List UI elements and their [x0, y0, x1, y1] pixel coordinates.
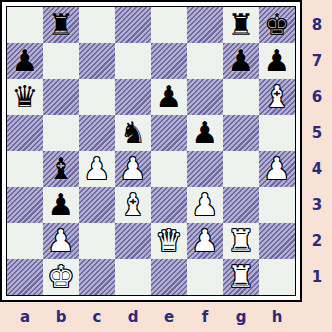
square-d5[interactable]: ♞	[115, 115, 151, 151]
white-bishop[interactable]: ♝	[264, 79, 291, 115]
square-c1[interactable]	[79, 259, 115, 295]
black-king[interactable]: ♚	[264, 7, 291, 43]
square-b3[interactable]: ♟	[43, 187, 79, 223]
rank-labels: 87654321	[302, 7, 332, 295]
square-e3[interactable]	[151, 187, 187, 223]
square-f2[interactable]: ♟	[187, 223, 223, 259]
square-g5[interactable]	[223, 115, 259, 151]
square-b5[interactable]	[43, 115, 79, 151]
black-pawn[interactable]: ♟	[228, 43, 255, 79]
rank-label-8: 8	[302, 7, 332, 43]
square-b8[interactable]: ♜	[43, 7, 79, 43]
black-queen[interactable]: ♛	[12, 79, 39, 115]
chess-diagram: ♜♜♚♟♟♟♛♟♝♞♟♝♟♟♟♟♝♟♟♛♟♜♚♜ abcdefgh 876543…	[0, 0, 332, 332]
square-c7[interactable]	[79, 43, 115, 79]
square-d1[interactable]	[115, 259, 151, 295]
square-h7[interactable]: ♟	[259, 43, 295, 79]
square-e4[interactable]	[151, 151, 187, 187]
white-rook[interactable]: ♜	[228, 259, 255, 295]
square-e8[interactable]	[151, 7, 187, 43]
square-b1[interactable]: ♚	[43, 259, 79, 295]
square-e7[interactable]	[151, 43, 187, 79]
white-queen[interactable]: ♛	[156, 223, 183, 259]
white-bishop[interactable]: ♝	[120, 187, 147, 223]
square-d8[interactable]	[115, 7, 151, 43]
square-g2[interactable]: ♜	[223, 223, 259, 259]
square-b2[interactable]: ♟	[43, 223, 79, 259]
square-h4[interactable]: ♟	[259, 151, 295, 187]
rank-label-1: 1	[302, 259, 332, 295]
square-c3[interactable]	[79, 187, 115, 223]
square-a7[interactable]: ♟	[7, 43, 43, 79]
square-f5[interactable]: ♟	[187, 115, 223, 151]
square-g7[interactable]: ♟	[223, 43, 259, 79]
black-pawn[interactable]: ♟	[12, 43, 39, 79]
black-pawn[interactable]: ♟	[264, 43, 291, 79]
rank-label-3: 3	[302, 187, 332, 223]
square-f1[interactable]	[187, 259, 223, 295]
black-rook[interactable]: ♜	[48, 7, 75, 43]
file-label-a: a	[7, 302, 43, 332]
white-rook[interactable]: ♜	[228, 223, 255, 259]
square-d2[interactable]	[115, 223, 151, 259]
square-c4[interactable]: ♟	[79, 151, 115, 187]
file-labels: abcdefgh	[7, 302, 295, 332]
square-a4[interactable]	[7, 151, 43, 187]
square-b4[interactable]: ♝	[43, 151, 79, 187]
white-pawn[interactable]: ♟	[48, 223, 75, 259]
board-frame: ♜♜♚♟♟♟♛♟♝♞♟♝♟♟♟♟♝♟♟♛♟♜♚♜	[0, 0, 302, 302]
square-h2[interactable]	[259, 223, 295, 259]
square-a5[interactable]	[7, 115, 43, 151]
square-g6[interactable]	[223, 79, 259, 115]
square-g3[interactable]	[223, 187, 259, 223]
square-c5[interactable]	[79, 115, 115, 151]
white-king[interactable]: ♚	[48, 259, 75, 295]
black-pawn[interactable]: ♟	[192, 115, 219, 151]
square-f4[interactable]	[187, 151, 223, 187]
square-a2[interactable]	[7, 223, 43, 259]
square-d3[interactable]: ♝	[115, 187, 151, 223]
square-c2[interactable]	[79, 223, 115, 259]
square-g8[interactable]: ♜	[223, 7, 259, 43]
square-e5[interactable]	[151, 115, 187, 151]
square-a8[interactable]	[7, 7, 43, 43]
square-h6[interactable]: ♝	[259, 79, 295, 115]
square-h5[interactable]	[259, 115, 295, 151]
white-pawn[interactable]: ♟	[264, 151, 291, 187]
square-d4[interactable]: ♟	[115, 151, 151, 187]
rank-label-7: 7	[302, 43, 332, 79]
black-bishop[interactable]: ♝	[48, 151, 75, 187]
square-d7[interactable]	[115, 43, 151, 79]
square-b6[interactable]	[43, 79, 79, 115]
square-a6[interactable]: ♛	[7, 79, 43, 115]
rank-label-5: 5	[302, 115, 332, 151]
square-g1[interactable]: ♜	[223, 259, 259, 295]
square-f3[interactable]: ♟	[187, 187, 223, 223]
square-e1[interactable]	[151, 259, 187, 295]
file-label-h: h	[259, 302, 295, 332]
square-d6[interactable]	[115, 79, 151, 115]
file-label-f: f	[187, 302, 223, 332]
square-a3[interactable]	[7, 187, 43, 223]
square-a1[interactable]	[7, 259, 43, 295]
black-rook[interactable]: ♜	[228, 7, 255, 43]
square-f8[interactable]	[187, 7, 223, 43]
black-pawn[interactable]: ♟	[156, 79, 183, 115]
white-pawn[interactable]: ♟	[84, 151, 111, 187]
square-e6[interactable]: ♟	[151, 79, 187, 115]
file-label-e: e	[151, 302, 187, 332]
square-h1[interactable]	[259, 259, 295, 295]
square-c8[interactable]	[79, 7, 115, 43]
file-label-c: c	[79, 302, 115, 332]
rank-label-6: 6	[302, 79, 332, 115]
square-b7[interactable]	[43, 43, 79, 79]
white-pawn[interactable]: ♟	[120, 151, 147, 187]
square-h8[interactable]: ♚	[259, 7, 295, 43]
rank-label-4: 4	[302, 151, 332, 187]
square-h3[interactable]	[259, 187, 295, 223]
square-f6[interactable]	[187, 79, 223, 115]
file-label-g: g	[223, 302, 259, 332]
square-c6[interactable]	[79, 79, 115, 115]
square-e2[interactable]: ♛	[151, 223, 187, 259]
file-label-b: b	[43, 302, 79, 332]
black-knight[interactable]: ♞	[120, 115, 147, 151]
black-pawn[interactable]: ♟	[48, 187, 75, 223]
square-g4[interactable]	[223, 151, 259, 187]
rank-label-2: 2	[302, 223, 332, 259]
board: ♜♜♚♟♟♟♛♟♝♞♟♝♟♟♟♟♝♟♟♛♟♜♚♜	[6, 6, 296, 296]
file-label-d: d	[115, 302, 151, 332]
white-pawn[interactable]: ♟	[192, 223, 219, 259]
square-f7[interactable]	[187, 43, 223, 79]
white-pawn[interactable]: ♟	[192, 187, 219, 223]
